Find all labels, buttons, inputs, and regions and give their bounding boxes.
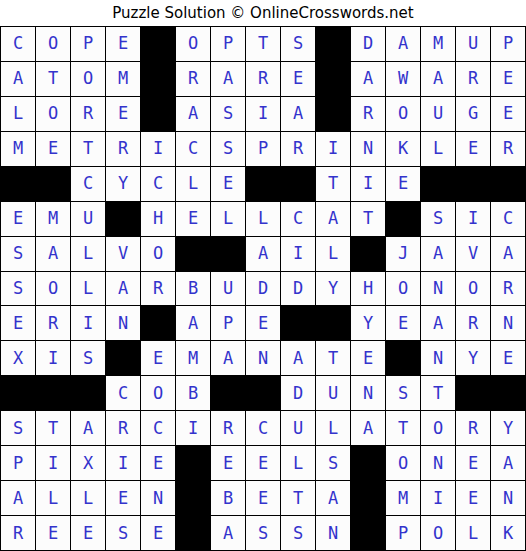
- letter-cell: E: [1, 306, 35, 340]
- letter-cell: A: [176, 97, 210, 131]
- letter-cell: N: [106, 306, 140, 340]
- letter-cell: M: [36, 202, 70, 236]
- letter-cell: A: [491, 237, 525, 271]
- letter-cell: E: [176, 202, 210, 236]
- block-cell: [281, 306, 315, 340]
- letter-cell: O: [36, 97, 70, 131]
- letter-cell: O: [386, 97, 420, 131]
- letter-cell: E: [211, 446, 245, 480]
- letter-cell: C: [141, 167, 175, 201]
- letter-cell: N: [141, 481, 175, 515]
- letter-cell: S: [1, 272, 35, 306]
- letter-cell: N: [246, 341, 280, 375]
- crossword-grid: COPEOPTSDAMUPATOMRAREAWARELOREASIAROUGEM…: [0, 26, 526, 551]
- block-cell: [211, 237, 245, 271]
- letter-cell: S: [71, 341, 105, 375]
- puzzle-solution-page: Puzzle Solution © OnlineCrosswords.net C…: [0, 0, 526, 551]
- letter-cell: R: [281, 132, 315, 166]
- letter-cell: A: [176, 306, 210, 340]
- block-cell: [351, 516, 385, 550]
- letter-cell: L: [316, 411, 350, 445]
- letter-cell: L: [456, 516, 490, 550]
- letter-cell: L: [246, 202, 280, 236]
- letter-cell: T: [36, 62, 70, 96]
- letter-cell: R: [106, 132, 140, 166]
- letter-cell: P: [491, 27, 525, 61]
- letter-cell: E: [491, 341, 525, 375]
- block-cell: [456, 376, 490, 410]
- letter-cell: A: [1, 62, 35, 96]
- block-cell: [316, 306, 350, 340]
- block-cell: [421, 167, 455, 201]
- letter-cell: A: [351, 62, 385, 96]
- letter-cell: B: [211, 481, 245, 515]
- block-cell: [1, 167, 35, 201]
- letter-cell: O: [141, 376, 175, 410]
- block-cell: [176, 481, 210, 515]
- letter-cell: R: [141, 272, 175, 306]
- block-cell: [351, 446, 385, 480]
- letter-cell: R: [1, 516, 35, 550]
- letter-cell: R: [106, 411, 140, 445]
- block-cell: [141, 306, 175, 340]
- block-cell: [141, 62, 175, 96]
- letter-cell: B: [176, 376, 210, 410]
- letter-cell: A: [211, 516, 245, 550]
- letter-cell: I: [246, 97, 280, 131]
- letter-cell: R: [491, 272, 525, 306]
- letter-cell: I: [141, 132, 175, 166]
- block-cell: [211, 376, 245, 410]
- letter-cell: A: [421, 306, 455, 340]
- letter-cell: X: [71, 446, 105, 480]
- letter-cell: O: [386, 272, 420, 306]
- letter-cell: L: [71, 481, 105, 515]
- letter-cell: A: [421, 237, 455, 271]
- letter-cell: L: [421, 132, 455, 166]
- letter-cell: R: [176, 62, 210, 96]
- letter-cell: R: [246, 62, 280, 96]
- letter-cell: K: [386, 132, 420, 166]
- block-cell: [316, 27, 350, 61]
- letter-cell: C: [176, 132, 210, 166]
- letter-cell: N: [491, 481, 525, 515]
- letter-cell: S: [421, 202, 455, 236]
- letter-cell: J: [386, 237, 420, 271]
- letter-cell: S: [246, 516, 280, 550]
- block-cell: [71, 376, 105, 410]
- letter-cell: E: [351, 341, 385, 375]
- letter-cell: P: [1, 446, 35, 480]
- letter-cell: U: [71, 202, 105, 236]
- letter-cell: N: [351, 376, 385, 410]
- block-cell: [351, 237, 385, 271]
- letter-cell: Y: [456, 341, 490, 375]
- letter-cell: C: [281, 202, 315, 236]
- letter-cell: K: [491, 516, 525, 550]
- letter-cell: E: [491, 97, 525, 131]
- block-cell: [141, 97, 175, 131]
- letter-cell: E: [386, 306, 420, 340]
- letter-cell: E: [456, 481, 490, 515]
- letter-cell: M: [106, 62, 140, 96]
- letter-cell: C: [106, 376, 140, 410]
- letter-cell: C: [1, 27, 35, 61]
- letter-cell: Y: [491, 411, 525, 445]
- letter-cell: G: [456, 97, 490, 131]
- letter-cell: N: [421, 446, 455, 480]
- letter-cell: S: [316, 446, 350, 480]
- letter-cell: A: [246, 237, 280, 271]
- letter-cell: A: [281, 341, 315, 375]
- letter-cell: A: [351, 411, 385, 445]
- block-cell: [176, 237, 210, 271]
- letter-cell: L: [1, 97, 35, 131]
- letter-cell: I: [281, 237, 315, 271]
- letter-cell: M: [1, 132, 35, 166]
- letter-cell: S: [106, 516, 140, 550]
- page-title: Puzzle Solution © OnlineCrosswords.net: [0, 0, 526, 26]
- letter-cell: N: [491, 306, 525, 340]
- letter-cell: T: [316, 341, 350, 375]
- block-cell: [1, 376, 35, 410]
- letter-cell: E: [71, 516, 105, 550]
- letter-cell: I: [106, 446, 140, 480]
- letter-cell: N: [421, 272, 455, 306]
- letter-cell: E: [456, 132, 490, 166]
- letter-cell: E: [386, 167, 420, 201]
- letter-cell: R: [36, 306, 70, 340]
- letter-cell: H: [351, 272, 385, 306]
- letter-cell: E: [246, 306, 280, 340]
- letter-cell: T: [246, 27, 280, 61]
- letter-cell: U: [316, 376, 350, 410]
- letter-cell: O: [36, 27, 70, 61]
- letter-cell: T: [281, 481, 315, 515]
- letter-cell: E: [36, 516, 70, 550]
- letter-cell: A: [421, 62, 455, 96]
- letter-cell: V: [106, 237, 140, 271]
- letter-cell: E: [106, 27, 140, 61]
- letter-cell: C: [141, 411, 175, 445]
- letter-cell: U: [211, 272, 245, 306]
- letter-cell: A: [386, 27, 420, 61]
- letter-cell: I: [421, 481, 455, 515]
- letter-cell: U: [421, 97, 455, 131]
- letter-cell: O: [421, 411, 455, 445]
- block-cell: [316, 97, 350, 131]
- letter-cell: S: [386, 376, 420, 410]
- letter-cell: S: [211, 97, 245, 131]
- block-cell: [281, 167, 315, 201]
- block-cell: [106, 202, 140, 236]
- letter-cell: A: [316, 202, 350, 236]
- letter-cell: A: [281, 97, 315, 131]
- block-cell: [386, 341, 420, 375]
- letter-cell: O: [421, 516, 455, 550]
- letter-cell: A: [106, 272, 140, 306]
- letter-cell: P: [211, 306, 245, 340]
- letter-cell: B: [176, 272, 210, 306]
- letter-cell: X: [1, 341, 35, 375]
- block-cell: [246, 376, 280, 410]
- letter-cell: E: [106, 97, 140, 131]
- letter-cell: O: [71, 62, 105, 96]
- letter-cell: I: [71, 306, 105, 340]
- letter-cell: E: [1, 202, 35, 236]
- letter-cell: N: [316, 516, 350, 550]
- letter-cell: N: [351, 132, 385, 166]
- letter-cell: I: [36, 341, 70, 375]
- letter-cell: I: [36, 446, 70, 480]
- letter-cell: Y: [106, 167, 140, 201]
- letter-cell: C: [491, 202, 525, 236]
- letter-cell: I: [316, 132, 350, 166]
- letter-cell: L: [316, 237, 350, 271]
- letter-cell: P: [246, 132, 280, 166]
- letter-cell: O: [386, 446, 420, 480]
- letter-cell: R: [211, 411, 245, 445]
- letter-cell: Y: [316, 272, 350, 306]
- letter-cell: O: [36, 272, 70, 306]
- letter-cell: D: [351, 27, 385, 61]
- block-cell: [351, 481, 385, 515]
- letter-cell: I: [456, 202, 490, 236]
- letter-cell: T: [351, 202, 385, 236]
- letter-cell: O: [456, 272, 490, 306]
- letter-cell: O: [176, 27, 210, 61]
- letter-cell: E: [141, 446, 175, 480]
- letter-cell: E: [281, 62, 315, 96]
- letter-cell: V: [456, 237, 490, 271]
- letter-cell: A: [211, 341, 245, 375]
- letter-cell: S: [1, 411, 35, 445]
- letter-cell: E: [456, 446, 490, 480]
- letter-cell: R: [456, 411, 490, 445]
- letter-cell: R: [71, 97, 105, 131]
- letter-cell: O: [141, 237, 175, 271]
- block-cell: [491, 167, 525, 201]
- letter-cell: U: [456, 27, 490, 61]
- letter-cell: M: [176, 341, 210, 375]
- letter-cell: A: [491, 446, 525, 480]
- letter-cell: S: [211, 132, 245, 166]
- letter-cell: R: [456, 62, 490, 96]
- letter-cell: A: [316, 481, 350, 515]
- letter-cell: E: [141, 341, 175, 375]
- block-cell: [106, 341, 140, 375]
- letter-cell: P: [211, 27, 245, 61]
- letter-cell: E: [141, 516, 175, 550]
- letter-cell: E: [36, 132, 70, 166]
- letter-cell: L: [71, 272, 105, 306]
- letter-cell: E: [246, 481, 280, 515]
- letter-cell: T: [71, 132, 105, 166]
- letter-cell: M: [421, 27, 455, 61]
- letter-cell: R: [491, 132, 525, 166]
- letter-cell: M: [386, 481, 420, 515]
- letter-cell: W: [386, 62, 420, 96]
- letter-cell: U: [281, 411, 315, 445]
- block-cell: [491, 376, 525, 410]
- letter-cell: P: [386, 516, 420, 550]
- letter-cell: Y: [351, 306, 385, 340]
- letter-cell: S: [281, 27, 315, 61]
- letter-cell: A: [36, 237, 70, 271]
- letter-cell: L: [176, 167, 210, 201]
- letter-cell: I: [176, 411, 210, 445]
- letter-cell: S: [281, 516, 315, 550]
- block-cell: [246, 167, 280, 201]
- letter-cell: L: [71, 237, 105, 271]
- letter-cell: A: [211, 62, 245, 96]
- letter-cell: S: [1, 237, 35, 271]
- block-cell: [36, 376, 70, 410]
- block-cell: [176, 446, 210, 480]
- letter-cell: T: [386, 411, 420, 445]
- letter-cell: E: [491, 62, 525, 96]
- letter-cell: A: [1, 481, 35, 515]
- letter-cell: T: [421, 376, 455, 410]
- block-cell: [141, 27, 175, 61]
- letter-cell: E: [106, 481, 140, 515]
- letter-cell: A: [71, 411, 105, 445]
- letter-cell: T: [316, 167, 350, 201]
- letter-cell: N: [421, 341, 455, 375]
- letter-cell: L: [211, 202, 245, 236]
- block-cell: [36, 167, 70, 201]
- block-cell: [176, 516, 210, 550]
- letter-cell: T: [36, 411, 70, 445]
- letter-cell: R: [456, 306, 490, 340]
- letter-cell: H: [141, 202, 175, 236]
- letter-cell: P: [71, 27, 105, 61]
- letter-cell: E: [246, 446, 280, 480]
- letter-cell: D: [246, 272, 280, 306]
- block-cell: [316, 62, 350, 96]
- block-cell: [386, 202, 420, 236]
- block-cell: [456, 167, 490, 201]
- letter-cell: L: [36, 481, 70, 515]
- letter-cell: R: [351, 97, 385, 131]
- letter-cell: C: [246, 411, 280, 445]
- letter-cell: D: [281, 376, 315, 410]
- letter-cell: E: [211, 167, 245, 201]
- letter-cell: L: [281, 446, 315, 480]
- letter-cell: C: [71, 167, 105, 201]
- letter-cell: D: [281, 272, 315, 306]
- letter-cell: I: [351, 167, 385, 201]
